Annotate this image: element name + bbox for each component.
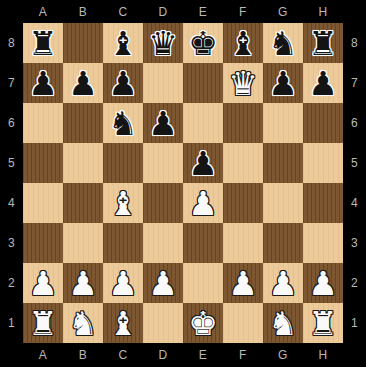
square-d7[interactable]	[143, 63, 183, 103]
square-b2[interactable]: ♟	[63, 263, 103, 303]
square-e5[interactable]: ♟	[183, 143, 223, 183]
file-label-g: G	[263, 343, 303, 367]
file-label-h: H	[303, 0, 343, 23]
file-label-a: A	[23, 343, 63, 367]
square-d6[interactable]: ♟	[143, 103, 183, 143]
square-b1[interactable]: ♞	[63, 303, 103, 343]
square-a7[interactable]: ♟	[23, 63, 63, 103]
white-pawn[interactable]: ♟	[68, 267, 98, 300]
rank-label-4: 4	[343, 183, 366, 223]
square-h7[interactable]: ♟	[303, 63, 343, 103]
file-label-e: E	[183, 0, 223, 23]
square-e3[interactable]	[183, 223, 223, 263]
rank-label-8: 8	[0, 23, 23, 63]
file-labels-bottom: A B C D E F G H	[23, 343, 343, 367]
square-g7[interactable]: ♟	[263, 63, 303, 103]
white-pawn[interactable]: ♟	[228, 267, 258, 300]
square-c1[interactable]: ♝	[103, 303, 143, 343]
square-h8[interactable]: ♜	[303, 23, 343, 63]
square-f5[interactable]	[223, 143, 263, 183]
white-pawn[interactable]: ♟	[188, 187, 218, 220]
rank-label-5: 5	[343, 143, 366, 183]
black-king[interactable]: ♚	[188, 27, 218, 60]
rank-labels-right: 8 7 6 5 4 3 2 1	[343, 23, 366, 343]
black-pawn[interactable]: ♟	[148, 107, 178, 140]
rank-label-3: 3	[0, 223, 23, 263]
square-c3[interactable]	[103, 223, 143, 263]
rank-label-6: 6	[343, 103, 366, 143]
square-a8[interactable]: ♜	[23, 23, 63, 63]
square-b3[interactable]	[63, 223, 103, 263]
square-h2[interactable]: ♟	[303, 263, 343, 303]
file-label-g: G	[263, 0, 303, 23]
file-labels-top: A B C D E F G H	[23, 0, 343, 23]
square-e7[interactable]	[183, 63, 223, 103]
square-b8[interactable]	[63, 23, 103, 63]
square-h6[interactable]	[303, 103, 343, 143]
square-f8[interactable]: ♝	[223, 23, 263, 63]
white-pawn[interactable]: ♟	[268, 267, 298, 300]
black-pawn[interactable]: ♟	[188, 147, 218, 180]
file-label-b: B	[63, 343, 103, 367]
square-c5[interactable]	[103, 143, 143, 183]
square-f6[interactable]	[223, 103, 263, 143]
white-knight[interactable]: ♞	[268, 307, 298, 340]
white-queen[interactable]: ♛	[228, 67, 258, 100]
white-knight[interactable]: ♞	[68, 307, 98, 340]
square-d4[interactable]	[143, 183, 183, 223]
square-e4[interactable]: ♟	[183, 183, 223, 223]
square-c2[interactable]: ♟	[103, 263, 143, 303]
black-pawn[interactable]: ♟	[28, 67, 58, 100]
black-pawn[interactable]: ♟	[108, 67, 138, 100]
square-g6[interactable]	[263, 103, 303, 143]
square-a5[interactable]	[23, 143, 63, 183]
rank-label-3: 3	[343, 223, 366, 263]
rank-label-7: 7	[0, 63, 23, 103]
square-h5[interactable]	[303, 143, 343, 183]
file-label-c: C	[103, 343, 143, 367]
square-f2[interactable]: ♟	[223, 263, 263, 303]
file-label-b: B	[63, 0, 103, 23]
black-rook[interactable]: ♜	[308, 27, 338, 60]
rank-label-8: 8	[343, 23, 366, 63]
white-pawn[interactable]: ♟	[308, 267, 338, 300]
square-b5[interactable]	[63, 143, 103, 183]
square-g2[interactable]: ♟	[263, 263, 303, 303]
square-c6[interactable]: ♞	[103, 103, 143, 143]
square-h1[interactable]: ♜	[303, 303, 343, 343]
square-h4[interactable]	[303, 183, 343, 223]
rank-labels-left: 8 7 6 5 4 3 2 1	[0, 23, 23, 343]
square-e8[interactable]: ♚	[183, 23, 223, 63]
square-f4[interactable]	[223, 183, 263, 223]
black-pawn[interactable]: ♟	[268, 67, 298, 100]
white-bishop[interactable]: ♝	[108, 187, 138, 220]
white-pawn[interactable]: ♟	[148, 267, 178, 300]
square-c8[interactable]: ♝	[103, 23, 143, 63]
square-a4[interactable]	[23, 183, 63, 223]
square-g5[interactable]	[263, 143, 303, 183]
black-queen[interactable]: ♛	[148, 27, 178, 60]
square-g4[interactable]	[263, 183, 303, 223]
square-a6[interactable]	[23, 103, 63, 143]
square-d2[interactable]: ♟	[143, 263, 183, 303]
square-a2[interactable]: ♟	[23, 263, 63, 303]
black-bishop[interactable]: ♝	[108, 27, 138, 60]
square-c4[interactable]: ♝	[103, 183, 143, 223]
square-d8[interactable]: ♛	[143, 23, 183, 63]
file-label-d: D	[143, 343, 183, 367]
file-label-f: F	[223, 343, 263, 367]
square-g1[interactable]: ♞	[263, 303, 303, 343]
square-d5[interactable]	[143, 143, 183, 183]
black-bishop[interactable]: ♝	[228, 27, 258, 60]
white-rook[interactable]: ♜	[28, 307, 58, 340]
square-g3[interactable]	[263, 223, 303, 263]
white-pawn[interactable]: ♟	[108, 267, 138, 300]
square-f1[interactable]	[223, 303, 263, 343]
square-b6[interactable]	[63, 103, 103, 143]
square-g8[interactable]: ♞	[263, 23, 303, 63]
square-e6[interactable]	[183, 103, 223, 143]
white-bishop[interactable]: ♝	[108, 307, 138, 340]
square-a3[interactable]	[23, 223, 63, 263]
square-d3[interactable]	[143, 223, 183, 263]
rank-label-1: 1	[343, 303, 366, 343]
square-e1[interactable]: ♚	[183, 303, 223, 343]
square-b7[interactable]: ♟	[63, 63, 103, 103]
rank-label-2: 2	[343, 263, 366, 303]
file-label-h: H	[303, 343, 343, 367]
rank-label-4: 4	[0, 183, 23, 223]
rank-label-7: 7	[343, 63, 366, 103]
rank-label-2: 2	[0, 263, 23, 303]
square-f7[interactable]: ♛	[223, 63, 263, 103]
white-rook[interactable]: ♜	[308, 307, 338, 340]
rank-label-5: 5	[0, 143, 23, 183]
white-pawn[interactable]: ♟	[28, 267, 58, 300]
chess-board: ♜♝♛♚♝♞♜♟♟♟♛♟♟♞♟♟♝♟♟♟♟♟♟♟♟♜♞♝♚♞♜	[23, 23, 343, 343]
square-h3[interactable]	[303, 223, 343, 263]
rank-label-6: 6	[0, 103, 23, 143]
black-rook[interactable]: ♜	[28, 27, 58, 60]
file-label-f: F	[223, 0, 263, 23]
chessboard-frame: A B C D E F G H 8 7 6 5 4 3 2 1 ♜♝♛♚♝♞♜♟…	[0, 0, 366, 367]
rank-label-1: 1	[0, 303, 23, 343]
square-d1[interactable]	[143, 303, 183, 343]
black-pawn[interactable]: ♟	[308, 67, 338, 100]
square-b4[interactable]	[63, 183, 103, 223]
square-f3[interactable]	[223, 223, 263, 263]
square-a1[interactable]: ♜	[23, 303, 63, 343]
black-knight[interactable]: ♞	[108, 107, 138, 140]
white-king[interactable]: ♚	[188, 307, 218, 340]
file-label-a: A	[23, 0, 63, 23]
square-e2[interactable]	[183, 263, 223, 303]
file-label-c: C	[103, 0, 143, 23]
black-knight[interactable]: ♞	[268, 27, 298, 60]
black-pawn[interactable]: ♟	[68, 67, 98, 100]
file-label-d: D	[143, 0, 183, 23]
file-label-e: E	[183, 343, 223, 367]
square-c7[interactable]: ♟	[103, 63, 143, 103]
